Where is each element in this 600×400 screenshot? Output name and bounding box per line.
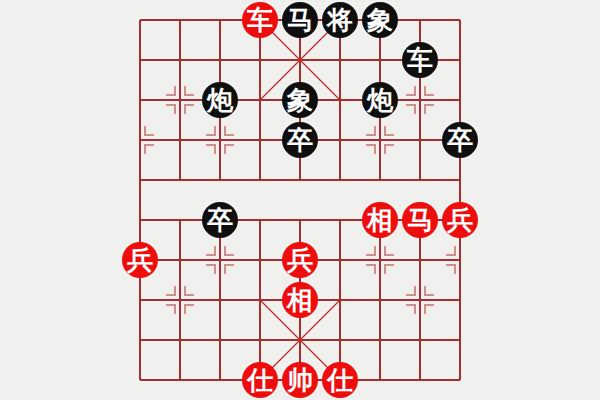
piece-black-general[interactable]: 将 [322,2,358,38]
piece-black-horse[interactable]: 马 [282,2,318,38]
piece-red-horse[interactable]: 马 [402,202,438,238]
xiangqi-board[interactable] [0,0,600,400]
piece-red-elephant[interactable]: 相 [282,282,318,318]
piece-black-soldier[interactable]: 卒 [442,122,478,158]
piece-red-soldier[interactable]: 兵 [282,242,318,278]
point-marker [185,105,194,114]
point-marker [425,86,434,95]
piece-black-elephant[interactable]: 象 [362,2,398,38]
piece-red-elephant[interactable]: 相 [362,202,398,238]
point-marker [366,145,375,154]
point-marker [206,145,215,154]
point-marker [425,105,434,114]
point-marker [366,265,375,274]
point-marker [225,126,234,135]
piece-black-soldier[interactable]: 卒 [202,202,238,238]
point-marker [166,286,175,295]
piece-red-advisor[interactable]: 仕 [242,362,278,398]
point-marker [206,265,215,274]
point-marker [385,265,394,274]
point-marker [385,246,394,255]
point-marker [145,126,154,135]
piece-red-advisor[interactable]: 仕 [322,362,358,398]
point-marker [366,126,375,135]
point-marker [225,246,234,255]
point-marker [166,86,175,95]
point-marker [425,305,434,314]
point-marker [166,105,175,114]
piece-black-chariot[interactable]: 车 [402,42,438,78]
point-marker [145,145,154,154]
point-marker [446,246,455,255]
point-marker [225,145,234,154]
point-marker [206,246,215,255]
point-marker [166,305,175,314]
point-marker [185,86,194,95]
point-marker [385,126,394,135]
point-marker [406,286,415,295]
piece-black-elephant[interactable]: 象 [282,82,318,118]
point-marker [385,145,394,154]
piece-black-cannon[interactable]: 炮 [362,82,398,118]
piece-red-chariot[interactable]: 车 [242,2,278,38]
piece-red-soldier[interactable]: 兵 [442,202,478,238]
piece-black-soldier[interactable]: 卒 [282,122,318,158]
piece-red-soldier[interactable]: 兵 [122,242,158,278]
point-marker [366,246,375,255]
point-marker [406,86,415,95]
point-marker [425,286,434,295]
point-marker [225,265,234,274]
point-marker [185,305,194,314]
point-marker [185,286,194,295]
piece-black-cannon[interactable]: 炮 [202,82,238,118]
xiangqi-app: 车马将象车炮象炮卒卒卒相马兵兵兵相仕帅仕 [0,0,600,400]
point-marker [446,265,455,274]
point-marker [406,305,415,314]
point-marker [206,126,215,135]
point-marker [406,105,415,114]
piece-red-general[interactable]: 帅 [282,362,318,398]
